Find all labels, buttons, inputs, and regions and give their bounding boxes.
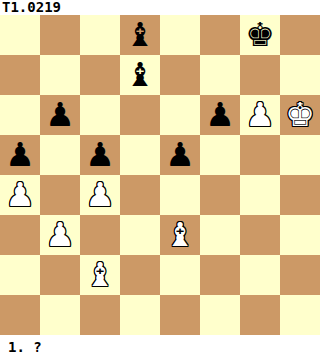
square-h1[interactable] [280,295,320,335]
black-king[interactable]: ♚ [245,15,275,55]
square-e4[interactable] [160,175,200,215]
white-pawn[interactable]: ♟ [5,175,35,215]
square-a7[interactable] [0,55,40,95]
square-e3[interactable]: ♝ [160,215,200,255]
square-c7[interactable] [80,55,120,95]
square-h2[interactable] [280,255,320,295]
square-a1[interactable] [0,295,40,335]
white-bishop[interactable]: ♝ [165,215,195,255]
square-b4[interactable] [40,175,80,215]
square-c5[interactable]: ♟ [80,135,120,175]
square-e1[interactable] [160,295,200,335]
square-e7[interactable] [160,55,200,95]
square-a2[interactable] [0,255,40,295]
white-pawn[interactable]: ♟ [45,215,75,255]
black-bishop[interactable]: ♝ [125,15,155,55]
square-h5[interactable] [280,135,320,175]
move-prompt-label: 1. ? [8,335,42,360]
square-h8[interactable] [280,15,320,55]
square-e5[interactable]: ♟ [160,135,200,175]
square-d8[interactable]: ♝ [120,15,160,55]
square-d4[interactable] [120,175,160,215]
black-pawn[interactable]: ♟ [205,95,235,135]
square-h6[interactable]: ♚ [280,95,320,135]
square-c1[interactable] [80,295,120,335]
square-e6[interactable] [160,95,200,135]
black-pawn[interactable]: ♟ [165,135,195,175]
square-f1[interactable] [200,295,240,335]
square-a4[interactable]: ♟ [0,175,40,215]
square-b5[interactable] [40,135,80,175]
square-a3[interactable] [0,215,40,255]
square-b7[interactable] [40,55,80,95]
square-g2[interactable] [240,255,280,295]
chess-board: ♝♚♝♟♟♟♚♟♟♟♟♟♟♝♝ [0,15,320,335]
square-c2[interactable]: ♝ [80,255,120,295]
square-b3[interactable]: ♟ [40,215,80,255]
white-pawn[interactable]: ♟ [85,175,115,215]
square-f7[interactable] [200,55,240,95]
square-c4[interactable]: ♟ [80,175,120,215]
square-d3[interactable] [120,215,160,255]
square-a6[interactable] [0,95,40,135]
square-g6[interactable]: ♟ [240,95,280,135]
black-pawn[interactable]: ♟ [45,95,75,135]
square-d5[interactable] [120,135,160,175]
white-bishop[interactable]: ♝ [85,255,115,295]
square-b1[interactable] [40,295,80,335]
square-d2[interactable] [120,255,160,295]
square-g8[interactable]: ♚ [240,15,280,55]
square-f3[interactable] [200,215,240,255]
square-h4[interactable] [280,175,320,215]
puzzle-id-label: T1.0219 [2,0,61,15]
square-d7[interactable]: ♝ [120,55,160,95]
square-c6[interactable] [80,95,120,135]
black-pawn[interactable]: ♟ [5,135,35,175]
square-e8[interactable] [160,15,200,55]
square-c8[interactable] [80,15,120,55]
square-c3[interactable] [80,215,120,255]
square-d6[interactable] [120,95,160,135]
square-e2[interactable] [160,255,200,295]
square-d1[interactable] [120,295,160,335]
square-b8[interactable] [40,15,80,55]
square-g5[interactable] [240,135,280,175]
square-h7[interactable] [280,55,320,95]
square-g3[interactable] [240,215,280,255]
square-f5[interactable] [200,135,240,175]
square-g7[interactable] [240,55,280,95]
square-f8[interactable] [200,15,240,55]
square-f4[interactable] [200,175,240,215]
black-bishop[interactable]: ♝ [125,55,155,95]
square-h3[interactable] [280,215,320,255]
square-b2[interactable] [40,255,80,295]
chess-puzzle-page: T1.0219 ♝♚♝♟♟♟♚♟♟♟♟♟♟♝♝ 1. ? [0,0,320,360]
square-f6[interactable]: ♟ [200,95,240,135]
square-g4[interactable] [240,175,280,215]
white-pawn[interactable]: ♟ [245,95,275,135]
white-king[interactable]: ♚ [285,95,315,135]
square-g1[interactable] [240,295,280,335]
square-a5[interactable]: ♟ [0,135,40,175]
black-pawn[interactable]: ♟ [85,135,115,175]
square-a8[interactable] [0,15,40,55]
square-b6[interactable]: ♟ [40,95,80,135]
square-f2[interactable] [200,255,240,295]
